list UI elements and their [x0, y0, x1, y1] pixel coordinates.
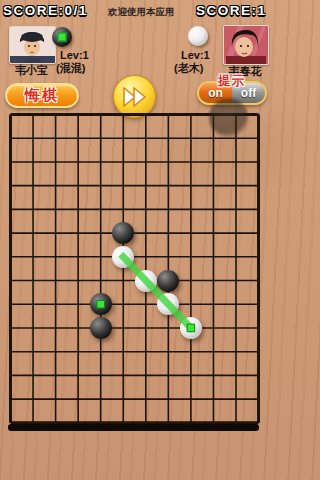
black-stone: [90, 293, 112, 315]
gomoku-app-screen: { "topbar": { "score_left": "SCORE:0/1",…: [0, 0, 270, 480]
player-name-left: 韦小宝: [6, 63, 57, 78]
white-stone: [135, 270, 157, 292]
black-stone: [157, 270, 179, 292]
hint-toggle-label: 提示: [218, 73, 245, 90]
fast-forward-button[interactable]: [113, 75, 156, 118]
wei-xiaobao-portrait: [10, 27, 55, 63]
black-stone: [90, 317, 112, 339]
board-bottom-shadow: [8, 424, 259, 431]
undo-button-label: 悔棋: [25, 86, 59, 105]
gomoku-board[interactable]: [9, 113, 260, 431]
welcome-message: 欢迎使用本应用: [108, 6, 175, 19]
turn-indicator-marker: [58, 33, 67, 42]
player-stone-icon-black: [52, 27, 72, 47]
score-right: SCORE:1: [196, 3, 267, 18]
score-left: SCORE:0/1: [3, 3, 88, 18]
white-stone: [112, 246, 134, 268]
white-stone: [180, 317, 202, 339]
player-level-right: Lev:1: [181, 49, 210, 61]
undo-button[interactable]: 悔棋: [5, 83, 79, 108]
fast-forward-icon: [122, 87, 148, 107]
player-avatar-left: [9, 26, 56, 64]
wei-chunhua-portrait: [224, 26, 268, 64]
player-stone-icon-white: [188, 26, 208, 46]
player-avatar-right: [223, 25, 269, 65]
player-nick-left: (混混): [56, 61, 85, 76]
shadow-sphere-decoration: [209, 98, 248, 137]
board-grid: [9, 113, 260, 431]
player-nick-right: (老木): [174, 61, 203, 76]
player-level-left: Lev:1: [60, 49, 89, 61]
